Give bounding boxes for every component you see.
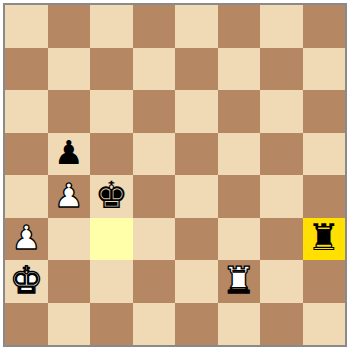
square-d1[interactable]: [133, 303, 176, 346]
piece-black-pawn[interactable]: ♟: [54, 136, 84, 169]
square-e7[interactable]: [175, 48, 218, 91]
square-g1[interactable]: [260, 303, 303, 346]
square-d3[interactable]: [133, 218, 176, 261]
square-d6[interactable]: [133, 90, 176, 133]
square-e1[interactable]: [175, 303, 218, 346]
square-e4[interactable]: [175, 175, 218, 218]
chess-board-frame: ♟♟♚♟♜♚♜: [3, 3, 347, 347]
piece-white-king[interactable]: ♚: [10, 262, 43, 299]
square-g4[interactable]: [260, 175, 303, 218]
square-g7[interactable]: [260, 48, 303, 91]
square-b6[interactable]: [48, 90, 91, 133]
square-f7[interactable]: [218, 48, 261, 91]
square-a8[interactable]: [5, 5, 48, 48]
square-e6[interactable]: [175, 90, 218, 133]
square-a7[interactable]: [5, 48, 48, 91]
square-c1[interactable]: [90, 303, 133, 346]
square-a6[interactable]: [5, 90, 48, 133]
square-d7[interactable]: [133, 48, 176, 91]
square-g8[interactable]: [260, 5, 303, 48]
square-c3[interactable]: [90, 218, 133, 261]
square-c5[interactable]: [90, 133, 133, 176]
square-d4[interactable]: [133, 175, 176, 218]
square-e2[interactable]: [175, 260, 218, 303]
square-b1[interactable]: [48, 303, 91, 346]
square-d5[interactable]: [133, 133, 176, 176]
square-h6[interactable]: [303, 90, 346, 133]
chess-board: ♟♟♚♟♜♚♜: [5, 5, 345, 345]
square-a2[interactable]: ♚: [5, 260, 48, 303]
square-e8[interactable]: [175, 5, 218, 48]
square-h4[interactable]: [303, 175, 346, 218]
square-b5[interactable]: ♟: [48, 133, 91, 176]
piece-white-rook[interactable]: ♜: [222, 262, 255, 299]
square-d8[interactable]: [133, 5, 176, 48]
square-b8[interactable]: [48, 5, 91, 48]
piece-white-pawn[interactable]: ♟: [11, 221, 41, 254]
piece-black-rook[interactable]: ♜: [307, 219, 340, 256]
square-e5[interactable]: [175, 133, 218, 176]
piece-white-pawn[interactable]: ♟: [54, 179, 84, 212]
square-b3[interactable]: [48, 218, 91, 261]
square-h1[interactable]: [303, 303, 346, 346]
square-h5[interactable]: [303, 133, 346, 176]
square-a4[interactable]: [5, 175, 48, 218]
square-f5[interactable]: [218, 133, 261, 176]
square-c7[interactable]: [90, 48, 133, 91]
square-f4[interactable]: [218, 175, 261, 218]
square-c4[interactable]: ♚: [90, 175, 133, 218]
square-a1[interactable]: [5, 303, 48, 346]
square-d2[interactable]: [133, 260, 176, 303]
square-h2[interactable]: [303, 260, 346, 303]
square-b4[interactable]: ♟: [48, 175, 91, 218]
square-f2[interactable]: ♜: [218, 260, 261, 303]
square-f3[interactable]: [218, 218, 261, 261]
square-a5[interactable]: [5, 133, 48, 176]
square-c6[interactable]: [90, 90, 133, 133]
square-b7[interactable]: [48, 48, 91, 91]
square-f1[interactable]: [218, 303, 261, 346]
square-f6[interactable]: [218, 90, 261, 133]
piece-black-king[interactable]: ♚: [95, 177, 128, 214]
square-c2[interactable]: [90, 260, 133, 303]
square-g2[interactable]: [260, 260, 303, 303]
square-h3[interactable]: ♜: [303, 218, 346, 261]
square-g3[interactable]: [260, 218, 303, 261]
square-h7[interactable]: [303, 48, 346, 91]
square-h8[interactable]: [303, 5, 346, 48]
square-g6[interactable]: [260, 90, 303, 133]
square-b2[interactable]: [48, 260, 91, 303]
square-c8[interactable]: [90, 5, 133, 48]
square-f8[interactable]: [218, 5, 261, 48]
square-g5[interactable]: [260, 133, 303, 176]
square-e3[interactable]: [175, 218, 218, 261]
square-a3[interactable]: ♟: [5, 218, 48, 261]
